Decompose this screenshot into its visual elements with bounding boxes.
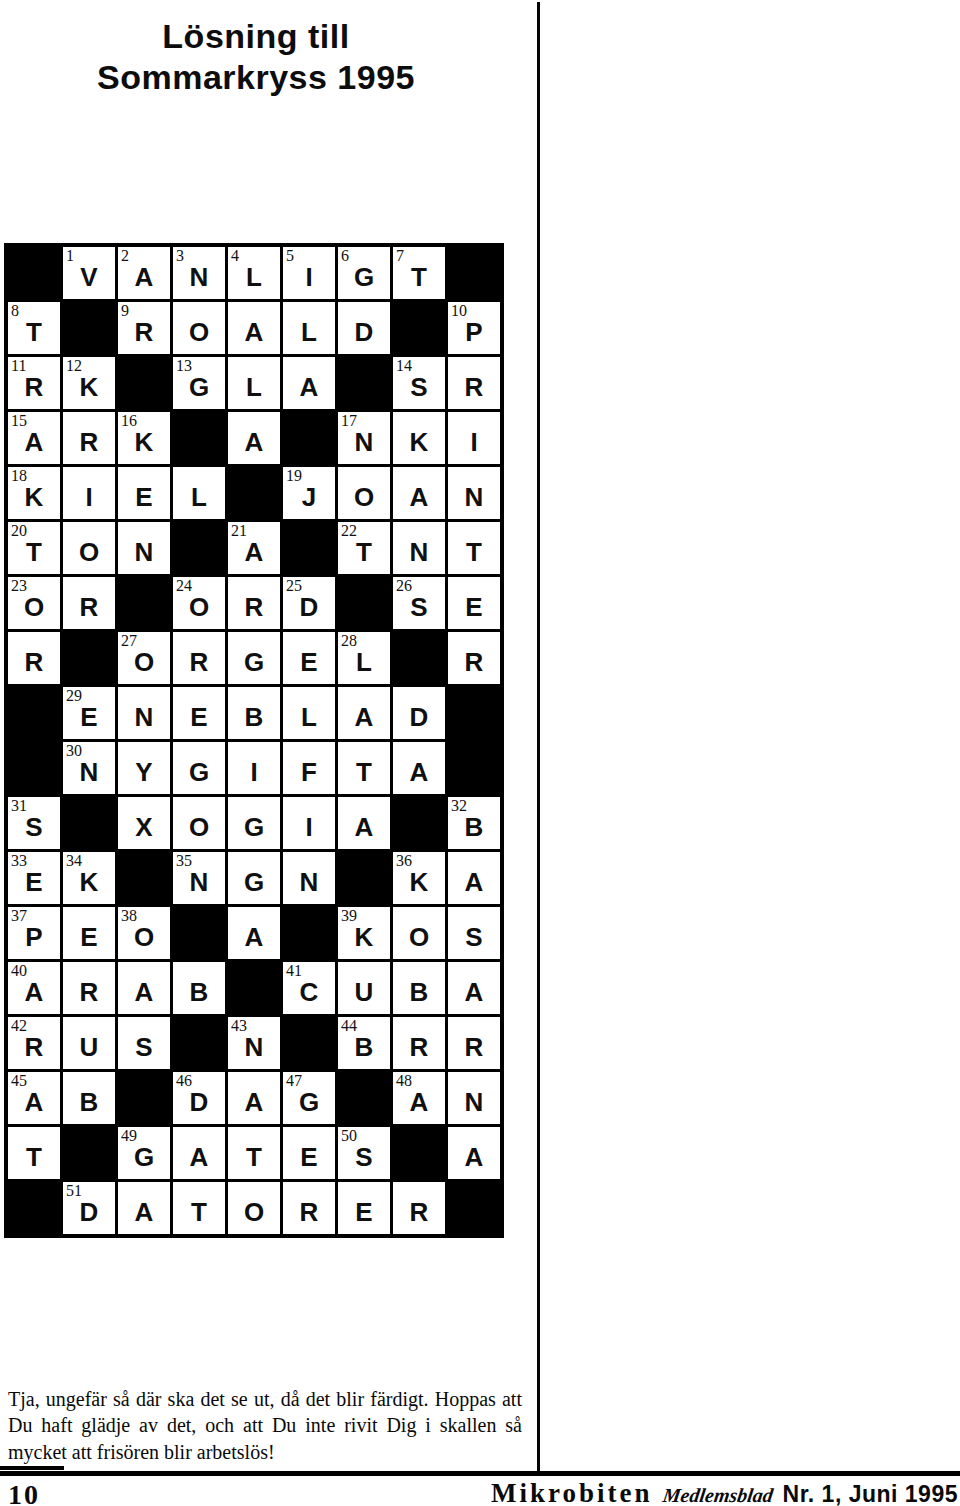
- letter-cell: N: [118, 687, 170, 739]
- cell-letter: X: [135, 812, 152, 843]
- page-title-line1: Lösning till: [0, 16, 512, 57]
- cell-letter: A: [465, 1142, 484, 1173]
- cell-letter: N: [355, 427, 374, 458]
- letter-cell: 25D: [283, 577, 335, 629]
- letter-cell: 46D: [173, 1072, 225, 1124]
- cell-letter: N: [465, 482, 484, 513]
- letter-cell: 15A: [8, 412, 60, 464]
- letter-cell: L: [173, 467, 225, 519]
- black-cell: [118, 852, 170, 904]
- black-cell: [393, 632, 445, 684]
- letter-cell: 33E: [8, 852, 60, 904]
- cell-letter: A: [245, 1087, 264, 1118]
- black-cell: [63, 302, 115, 354]
- letter-cell: 47G: [283, 1072, 335, 1124]
- letter-cell: 16K: [118, 412, 170, 464]
- cell-letter: K: [135, 427, 154, 458]
- letter-cell: 32B: [448, 797, 500, 849]
- letter-cell: 13G: [173, 357, 225, 409]
- letter-cell: B: [393, 962, 445, 1014]
- letter-cell: 39K: [338, 907, 390, 959]
- letter-cell: 12K: [63, 357, 115, 409]
- cell-letter: K: [410, 867, 429, 898]
- letter-cell: 14S: [393, 357, 445, 409]
- cell-letter: T: [411, 262, 427, 293]
- cell-letter: B: [80, 1087, 99, 1118]
- letter-cell: R: [63, 412, 115, 464]
- black-cell: [338, 577, 390, 629]
- black-cell: [173, 412, 225, 464]
- cell-letter: B: [245, 702, 264, 733]
- letter-cell: E: [173, 687, 225, 739]
- letter-cell: K: [393, 412, 445, 464]
- letter-cell: X: [118, 797, 170, 849]
- cell-letter: O: [244, 1197, 264, 1228]
- clue-number: 6: [341, 247, 349, 265]
- cell-letter: A: [135, 262, 154, 293]
- letter-cell: 21A: [228, 522, 280, 574]
- black-cell: [228, 467, 280, 519]
- cell-letter: T: [26, 537, 42, 568]
- cell-letter: F: [301, 757, 317, 788]
- letter-cell: R: [63, 962, 115, 1014]
- cell-letter: R: [410, 1032, 429, 1063]
- cell-letter: T: [356, 757, 372, 788]
- cell-letter: T: [246, 1142, 262, 1173]
- black-cell: [448, 247, 500, 299]
- letter-cell: 19J: [283, 467, 335, 519]
- letter-cell: R: [63, 577, 115, 629]
- cell-letter: S: [135, 1032, 152, 1063]
- letter-cell: A: [228, 907, 280, 959]
- cell-letter: O: [134, 922, 154, 953]
- letter-cell: N: [283, 852, 335, 904]
- cell-letter: O: [354, 482, 374, 513]
- cell-letter: E: [355, 1197, 372, 1228]
- letter-cell: L: [228, 357, 280, 409]
- letter-cell: 41C: [283, 962, 335, 1014]
- letter-cell: N: [448, 467, 500, 519]
- letter-cell: 30N: [63, 742, 115, 794]
- cell-letter: D: [80, 1197, 99, 1228]
- letter-cell: 9R: [118, 302, 170, 354]
- cell-letter: G: [134, 1142, 154, 1173]
- cell-letter: B: [465, 812, 484, 843]
- clue-number: 19: [286, 467, 302, 485]
- crossword-grid: 1V2A3N4L5I6G7T8T9ROALD10P11R12K13GLA14SR…: [4, 243, 504, 1238]
- cell-letter: P: [25, 922, 42, 953]
- cell-letter: K: [80, 372, 99, 403]
- letter-cell: 38O: [118, 907, 170, 959]
- cell-letter: R: [25, 1032, 44, 1063]
- cell-letter: A: [465, 977, 484, 1008]
- cell-letter: R: [80, 977, 99, 1008]
- cell-letter: E: [300, 647, 317, 678]
- clue-number: 22: [341, 522, 357, 540]
- cell-letter: R: [410, 1197, 429, 1228]
- page-number: 10: [8, 1479, 40, 1506]
- cell-letter: I: [305, 262, 312, 293]
- cell-letter: G: [189, 757, 209, 788]
- cell-letter: K: [410, 427, 429, 458]
- cell-letter: L: [356, 647, 372, 678]
- cell-letter: J: [302, 482, 316, 513]
- letter-cell: 17N: [338, 412, 390, 464]
- note-paragraph: Tja, ungefär så där ska det se ut, då de…: [8, 1386, 522, 1465]
- cell-letter: N: [80, 757, 99, 788]
- cell-letter: N: [465, 1087, 484, 1118]
- cell-letter: V: [80, 262, 97, 293]
- cell-letter: T: [26, 317, 42, 348]
- black-cell: [283, 412, 335, 464]
- letter-cell: O: [173, 302, 225, 354]
- cell-letter: B: [410, 977, 429, 1008]
- letter-cell: D: [393, 687, 445, 739]
- clue-number: 3: [176, 247, 184, 265]
- cell-letter: R: [80, 427, 99, 458]
- clue-number: 4: [231, 247, 239, 265]
- letter-cell: N: [393, 522, 445, 574]
- cell-letter: O: [189, 812, 209, 843]
- clue-number: 1: [66, 247, 74, 265]
- black-cell: [338, 852, 390, 904]
- black-cell: [63, 797, 115, 849]
- letter-cell: G: [228, 797, 280, 849]
- letter-cell: 7T: [393, 247, 445, 299]
- letter-cell: 11R: [8, 357, 60, 409]
- footer-rule: [0, 1471, 960, 1476]
- clue-number: 7: [396, 247, 404, 265]
- letter-cell: O: [228, 1182, 280, 1234]
- cell-letter: A: [410, 1087, 429, 1118]
- letter-cell: S: [118, 1017, 170, 1069]
- letter-cell: E: [283, 1127, 335, 1179]
- black-cell: [393, 797, 445, 849]
- cell-letter: A: [245, 317, 264, 348]
- cell-letter: A: [465, 867, 484, 898]
- black-cell: [338, 357, 390, 409]
- page-title-line2: Sommarkryss 1995: [0, 57, 512, 98]
- cell-letter: E: [465, 592, 482, 623]
- cell-letter: O: [189, 592, 209, 623]
- cell-letter: O: [24, 592, 44, 623]
- letter-cell: F: [283, 742, 335, 794]
- cell-letter: D: [300, 592, 319, 623]
- cell-letter: I: [305, 812, 312, 843]
- cell-letter: C: [300, 977, 319, 1008]
- black-cell: [283, 522, 335, 574]
- letter-cell: N: [448, 1072, 500, 1124]
- cell-letter: A: [410, 482, 429, 513]
- black-cell: [283, 1017, 335, 1069]
- cell-letter: A: [190, 1142, 209, 1173]
- cell-letter: S: [410, 372, 427, 403]
- cell-letter: P: [465, 317, 482, 348]
- cell-letter: N: [135, 537, 154, 568]
- letter-cell: R: [448, 632, 500, 684]
- cell-letter: A: [245, 427, 264, 458]
- letter-cell: I: [283, 797, 335, 849]
- letter-cell: 22T: [338, 522, 390, 574]
- letter-cell: R: [228, 577, 280, 629]
- letter-cell: E: [338, 1182, 390, 1234]
- cell-letter: O: [409, 922, 429, 953]
- letter-cell: L: [283, 302, 335, 354]
- cell-letter: L: [191, 482, 207, 513]
- cell-letter: L: [301, 317, 317, 348]
- black-cell: [118, 357, 170, 409]
- letter-cell: 40A: [8, 962, 60, 1014]
- letter-cell: N: [118, 522, 170, 574]
- letter-cell: 2A: [118, 247, 170, 299]
- cell-letter: T: [26, 1142, 42, 1173]
- letter-cell: U: [63, 1017, 115, 1069]
- letter-cell: Y: [118, 742, 170, 794]
- cell-letter: N: [300, 867, 319, 898]
- letter-cell: B: [228, 687, 280, 739]
- letter-cell: R: [8, 632, 60, 684]
- cell-letter: A: [25, 427, 44, 458]
- letter-cell: A: [173, 1127, 225, 1179]
- letter-cell: 10P: [448, 302, 500, 354]
- letter-cell: E: [63, 907, 115, 959]
- cell-letter: A: [25, 977, 44, 1008]
- letter-cell: D: [338, 302, 390, 354]
- letter-cell: R: [393, 1017, 445, 1069]
- cell-letter: A: [245, 537, 264, 568]
- letter-cell: 51D: [63, 1182, 115, 1234]
- cell-letter: S: [465, 922, 482, 953]
- note-line: Du haft glädje av det, och att Du inte r…: [8, 1412, 522, 1438]
- letter-cell: 36K: [393, 852, 445, 904]
- letter-cell: T: [173, 1182, 225, 1234]
- clue-number: 9: [121, 302, 129, 320]
- letter-cell: 6G: [338, 247, 390, 299]
- column-divider: [537, 2, 540, 1472]
- cell-letter: G: [244, 812, 264, 843]
- letter-cell: G: [173, 742, 225, 794]
- cell-letter: G: [354, 262, 374, 293]
- cell-letter: A: [355, 812, 374, 843]
- cell-letter: N: [190, 867, 209, 898]
- letter-cell: 5I: [283, 247, 335, 299]
- black-cell: [118, 577, 170, 629]
- letter-cell: A: [228, 412, 280, 464]
- black-cell: [118, 1072, 170, 1124]
- letter-cell: 34K: [63, 852, 115, 904]
- cell-letter: T: [466, 537, 482, 568]
- letter-cell: S: [448, 907, 500, 959]
- cell-letter: G: [244, 867, 264, 898]
- cell-letter: Y: [135, 757, 152, 788]
- magazine-name: Mikrobiten: [491, 1478, 653, 1506]
- letter-cell: 8T: [8, 302, 60, 354]
- cell-letter: O: [79, 537, 99, 568]
- cell-letter: E: [135, 482, 152, 513]
- letter-cell: 4L: [228, 247, 280, 299]
- letter-cell: 29E: [63, 687, 115, 739]
- letter-cell: 24O: [173, 577, 225, 629]
- black-cell: [63, 1127, 115, 1179]
- letter-cell: 45A: [8, 1072, 60, 1124]
- cell-letter: D: [355, 317, 374, 348]
- cell-letter: L: [301, 702, 317, 733]
- cell-letter: B: [190, 977, 209, 1008]
- cell-letter: U: [80, 1032, 99, 1063]
- letter-cell: T: [228, 1127, 280, 1179]
- cell-letter: A: [300, 372, 319, 403]
- cell-letter: K: [355, 922, 374, 953]
- clue-number: 2: [121, 247, 129, 265]
- cell-letter: R: [245, 592, 264, 623]
- issue-label: Nr. 1, Juni 1995: [783, 1481, 958, 1506]
- letter-cell: 42R: [8, 1017, 60, 1069]
- letter-cell: O: [393, 907, 445, 959]
- letter-cell: T: [338, 742, 390, 794]
- cell-letter: E: [25, 867, 42, 898]
- cell-letter: R: [465, 372, 484, 403]
- letter-cell: U: [338, 962, 390, 1014]
- footer-info: Mikrobiten Medlemsblad Nr. 1, Juni 1995: [491, 1478, 958, 1506]
- letter-cell: O: [173, 797, 225, 849]
- cell-letter: O: [134, 647, 154, 678]
- cell-letter: S: [410, 592, 427, 623]
- cell-letter: U: [355, 977, 374, 1008]
- letter-cell: A: [228, 1072, 280, 1124]
- cell-letter: S: [25, 812, 42, 843]
- letter-cell: 50S: [338, 1127, 390, 1179]
- cell-letter: G: [244, 647, 264, 678]
- cell-letter: L: [246, 372, 262, 403]
- letter-cell: L: [283, 687, 335, 739]
- black-cell: [448, 742, 500, 794]
- cell-letter: R: [190, 647, 209, 678]
- letter-cell: 3N: [173, 247, 225, 299]
- cell-letter: O: [189, 317, 209, 348]
- cell-letter: B: [355, 1032, 374, 1063]
- letter-cell: R: [283, 1182, 335, 1234]
- cell-letter: I: [470, 427, 477, 458]
- letter-cell: 1V: [63, 247, 115, 299]
- cell-letter: A: [245, 922, 264, 953]
- letter-cell: R: [393, 1182, 445, 1234]
- letter-cell: E: [283, 632, 335, 684]
- letter-cell: I: [448, 412, 500, 464]
- cell-letter: A: [135, 977, 154, 1008]
- cell-letter: G: [189, 372, 209, 403]
- cell-letter: A: [25, 1087, 44, 1118]
- black-cell: [393, 1127, 445, 1179]
- black-cell: [173, 522, 225, 574]
- black-cell: [448, 687, 500, 739]
- cell-letter: A: [410, 757, 429, 788]
- clue-number: 5: [286, 247, 294, 265]
- letter-cell: T: [448, 522, 500, 574]
- letter-cell: 43N: [228, 1017, 280, 1069]
- cell-letter: R: [465, 1032, 484, 1063]
- cell-letter: G: [299, 1087, 319, 1118]
- letter-cell: 26S: [393, 577, 445, 629]
- letter-cell: 48A: [393, 1072, 445, 1124]
- cell-letter: L: [246, 262, 262, 293]
- black-cell: [8, 247, 60, 299]
- letter-cell: B: [173, 962, 225, 1014]
- letter-cell: A: [448, 1127, 500, 1179]
- clue-number: 20: [11, 522, 27, 540]
- cell-letter: D: [410, 702, 429, 733]
- black-cell: [173, 1017, 225, 1069]
- note-line: Tja, ungefär så där ska det se ut, då de…: [8, 1386, 522, 1412]
- letter-cell: T: [8, 1127, 60, 1179]
- black-cell: [63, 632, 115, 684]
- letter-cell: O: [63, 522, 115, 574]
- cell-letter: D: [190, 1087, 209, 1118]
- cell-letter: N: [135, 702, 154, 733]
- cell-letter: I: [250, 757, 257, 788]
- letter-cell: A: [393, 467, 445, 519]
- letter-cell: G: [228, 632, 280, 684]
- letter-cell: A: [393, 742, 445, 794]
- letter-cell: A: [283, 357, 335, 409]
- letter-cell: R: [448, 1017, 500, 1069]
- letter-cell: 44B: [338, 1017, 390, 1069]
- letter-cell: 28L: [338, 632, 390, 684]
- footer-rule-notch: [0, 1466, 64, 1470]
- letter-cell: 27O: [118, 632, 170, 684]
- letter-cell: 18K: [8, 467, 60, 519]
- letter-cell: E: [448, 577, 500, 629]
- cell-letter: N: [245, 1032, 264, 1063]
- cell-letter: A: [355, 702, 374, 733]
- cell-letter: N: [190, 262, 209, 293]
- cell-letter: E: [80, 702, 97, 733]
- letter-cell: R: [173, 632, 225, 684]
- cell-letter: R: [80, 592, 99, 623]
- letter-cell: 37P: [8, 907, 60, 959]
- letter-cell: G: [228, 852, 280, 904]
- black-cell: [8, 742, 60, 794]
- clue-number: 28: [341, 632, 357, 650]
- letter-cell: A: [338, 687, 390, 739]
- black-cell: [8, 687, 60, 739]
- letter-cell: 49G: [118, 1127, 170, 1179]
- letter-cell: E: [118, 467, 170, 519]
- black-cell: [448, 1182, 500, 1234]
- page-title: Lösning till Sommarkryss 1995: [0, 16, 512, 99]
- cell-letter: T: [191, 1197, 207, 1228]
- clue-number: 8: [11, 302, 19, 320]
- magazine-script-logo: Medlemsblad: [661, 1484, 774, 1506]
- black-cell: [173, 907, 225, 959]
- letter-cell: 20T: [8, 522, 60, 574]
- letter-cell: 23O: [8, 577, 60, 629]
- black-cell: [8, 1182, 60, 1234]
- black-cell: [283, 907, 335, 959]
- cell-letter: N: [410, 537, 429, 568]
- cell-letter: E: [300, 1142, 317, 1173]
- black-cell: [228, 962, 280, 1014]
- cell-letter: S: [355, 1142, 372, 1173]
- letter-cell: A: [118, 962, 170, 1014]
- black-cell: [338, 1072, 390, 1124]
- note-line: mycket att frisören blir arbetslös!: [8, 1439, 522, 1465]
- cell-letter: R: [465, 647, 484, 678]
- cell-letter: I: [85, 482, 92, 513]
- letter-cell: A: [338, 797, 390, 849]
- cell-letter: E: [80, 922, 97, 953]
- letter-cell: A: [448, 852, 500, 904]
- cell-letter: T: [356, 537, 372, 568]
